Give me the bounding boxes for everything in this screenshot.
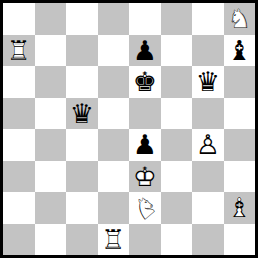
square-f6[interactable] [161, 66, 193, 98]
square-d5[interactable] [98, 98, 130, 130]
square-e4[interactable]: ♟ [129, 129, 161, 161]
piece-white-knight[interactable]: ♞♘ [225, 4, 254, 33]
square-g7[interactable] [192, 35, 224, 67]
square-g4[interactable]: ♟♙ [192, 129, 224, 161]
square-b8[interactable] [35, 3, 67, 35]
piece-black-king[interactable]: ♚ [130, 67, 159, 96]
square-e7[interactable]: ♟ [129, 35, 161, 67]
square-a4[interactable] [3, 129, 35, 161]
white-king-icon: ♔ [130, 162, 159, 191]
square-a6[interactable] [3, 66, 35, 98]
square-e5[interactable] [129, 98, 161, 130]
square-a2[interactable] [3, 192, 35, 224]
square-d3[interactable] [98, 161, 130, 193]
square-g8[interactable] [192, 3, 224, 35]
piece-white-rook[interactable]: ♜♖ [99, 225, 128, 254]
square-d1[interactable]: ♜♖ [98, 224, 130, 256]
square-b3[interactable] [35, 161, 67, 193]
square-f3[interactable] [161, 161, 193, 193]
square-a8[interactable] [3, 3, 35, 35]
square-h3[interactable] [224, 161, 256, 193]
square-c7[interactable] [66, 35, 98, 67]
square-c2[interactable] [66, 192, 98, 224]
piece-white-king[interactable]: ♚♔ [130, 162, 159, 191]
square-g3[interactable] [192, 161, 224, 193]
square-f7[interactable] [161, 35, 193, 67]
white-knight-icon: ♘ [225, 4, 254, 33]
piece-black-pawn[interactable]: ♟ [130, 130, 159, 159]
piece-white-rook[interactable]: ♜♖ [4, 36, 33, 65]
square-c6[interactable] [66, 66, 98, 98]
square-f8[interactable] [161, 3, 193, 35]
chessboard-frame: ♞♘♜♖♟♝♚♛♛♟♟♙♚♔♞♘♝♗♜♖ [0, 0, 258, 258]
piece-black-queen[interactable]: ♛ [67, 99, 96, 128]
square-h6[interactable] [224, 66, 256, 98]
square-d8[interactable] [98, 3, 130, 35]
square-b1[interactable] [35, 224, 67, 256]
square-c4[interactable] [66, 129, 98, 161]
piece-black-queen[interactable]: ♛ [193, 67, 222, 96]
square-f4[interactable] [161, 129, 193, 161]
square-d2[interactable] [98, 192, 130, 224]
square-c1[interactable] [66, 224, 98, 256]
square-a7[interactable]: ♜♖ [3, 35, 35, 67]
chessboard: ♞♘♜♖♟♝♚♛♛♟♟♙♚♔♞♘♝♗♜♖ [3, 3, 255, 255]
square-a1[interactable] [3, 224, 35, 256]
square-h8[interactable]: ♞♘ [224, 3, 256, 35]
square-d7[interactable] [98, 35, 130, 67]
square-b2[interactable] [35, 192, 67, 224]
piece-white-bishop[interactable]: ♝♗ [225, 193, 254, 222]
square-g1[interactable] [192, 224, 224, 256]
square-h4[interactable] [224, 129, 256, 161]
white-knight-icon: ♘ [124, 187, 165, 228]
square-e2[interactable]: ♞♘ [129, 192, 161, 224]
square-b6[interactable] [35, 66, 67, 98]
square-d4[interactable] [98, 129, 130, 161]
square-c3[interactable] [66, 161, 98, 193]
square-b4[interactable] [35, 129, 67, 161]
white-rook-icon: ♖ [4, 36, 33, 65]
square-g5[interactable] [192, 98, 224, 130]
square-h2[interactable]: ♝♗ [224, 192, 256, 224]
square-h5[interactable] [224, 98, 256, 130]
square-c5[interactable]: ♛ [66, 98, 98, 130]
square-f5[interactable] [161, 98, 193, 130]
square-h7[interactable]: ♝ [224, 35, 256, 67]
square-e8[interactable] [129, 3, 161, 35]
square-g6[interactable]: ♛ [192, 66, 224, 98]
square-f1[interactable] [161, 224, 193, 256]
square-e6[interactable]: ♚ [129, 66, 161, 98]
square-h1[interactable] [224, 224, 256, 256]
square-a3[interactable] [3, 161, 35, 193]
square-d6[interactable] [98, 66, 130, 98]
white-bishop-icon: ♗ [225, 193, 254, 222]
square-e1[interactable] [129, 224, 161, 256]
piece-black-bishop[interactable]: ♝ [225, 36, 254, 65]
square-c8[interactable] [66, 3, 98, 35]
piece-black-pawn[interactable]: ♟ [130, 36, 159, 65]
square-b7[interactable] [35, 35, 67, 67]
piece-white-knight-rotated[interactable]: ♞♘ [124, 187, 165, 228]
white-rook-icon: ♖ [99, 225, 128, 254]
white-pawn-icon: ♙ [193, 130, 222, 159]
square-a5[interactable] [3, 98, 35, 130]
piece-white-pawn[interactable]: ♟♙ [193, 130, 222, 159]
square-g2[interactable] [192, 192, 224, 224]
square-b5[interactable] [35, 98, 67, 130]
square-f2[interactable] [161, 192, 193, 224]
